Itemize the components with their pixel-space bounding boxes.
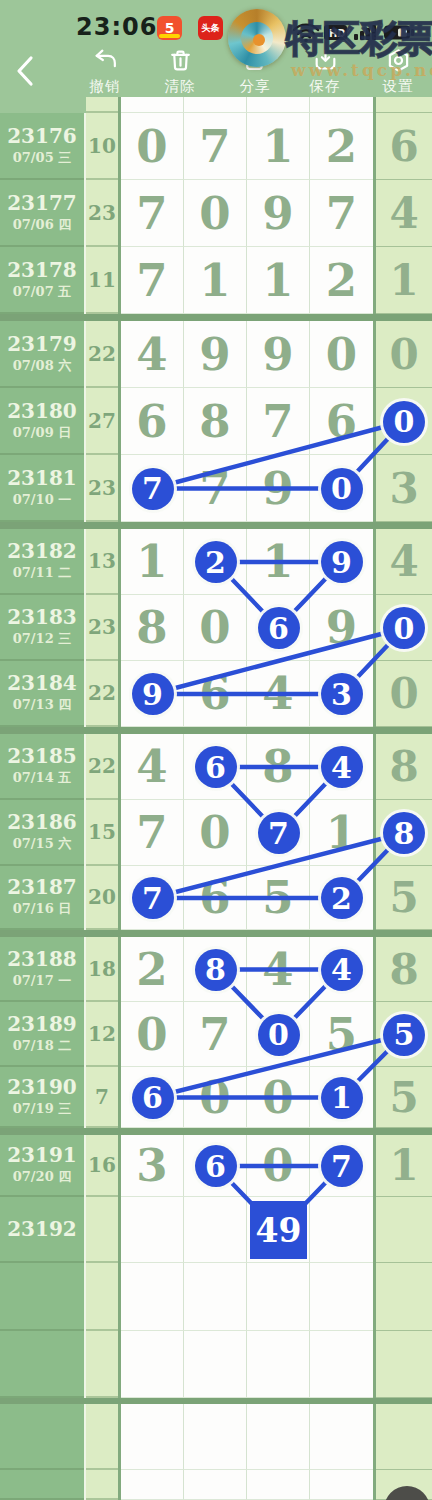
digit-cell[interactable] [310,1197,373,1263]
draw-row-23187: 2318707/16 日2076525 [0,866,432,930]
draw-date: 07/18 二 [13,1037,71,1055]
draw-date: 07/10 一 [13,491,71,509]
marked-digit[interactable]: 5 [383,1014,425,1056]
draw-date: 07/05 三 [13,149,71,167]
issue-number: 23187 [7,876,77,898]
watermark-swirl-logo-icon [228,9,286,67]
issue-cell: 2318207/11 二 [0,529,84,595]
digit-cell[interactable]: 7 [184,1002,247,1067]
draw-date: 07/08 六 [13,357,71,375]
lottery-chart-app: 23:06 5 头条 HD 特区彩票 [0,0,432,1500]
digit-cell[interactable] [121,1470,184,1500]
extra-digit-cell[interactable]: 5 [376,866,432,930]
sum-cell: 20 [86,866,118,930]
toolbar-item-label: 分享 [223,77,287,96]
sum-cell: 18 [86,937,118,1002]
digit-cell[interactable]: 0 [184,595,247,661]
extra-digit-cell[interactable] [376,97,432,113]
digit-cell[interactable] [121,1197,184,1263]
sum-cell [86,1263,118,1331]
sum-cell: 15 [86,800,118,866]
digit-cell[interactable]: 3 [121,1135,184,1197]
issue-cell [0,1263,84,1331]
marked-digit[interactable]: 3 [321,673,363,715]
issue-cell: 2318007/09 日 [0,388,84,455]
digit-cell[interactable]: 0 [247,1135,310,1197]
extra-digit-cell[interactable]: 8 [376,734,432,800]
digit-cell[interactable]: 4 [247,661,310,727]
extra-digit-cell[interactable]: 1 [376,247,432,314]
issue-cell: 2318907/18 二 [0,1002,84,1067]
draw-date: 07/20 四 [13,1168,71,1186]
extra-digit-cell[interactable]: 5 [376,1067,432,1128]
digit-cell[interactable]: 0 [247,1067,310,1128]
digit-cell[interactable] [184,1404,247,1470]
draw-row-empty [0,1470,432,1500]
group-separator [0,930,432,937]
issue-number: 23178 [7,259,77,281]
digit-cell[interactable]: 6 [121,388,184,455]
digit-cell[interactable]: 0 [121,1002,184,1067]
digit-cell[interactable]: 9 [247,455,310,522]
issue-number: 23192 [7,1218,77,1240]
marked-digit[interactable]: 6 [258,607,300,649]
digit-cell[interactable]: 7 [121,180,184,247]
issue-cell: 2317607/05 三 [0,113,84,180]
marked-digit[interactable]: 8 [383,812,425,854]
issue-cell: 2318407/13 四 [0,661,84,727]
digit-cell[interactable]: 8 [121,595,184,661]
issue-number: 23186 [7,811,77,833]
digit-cell[interactable]: 7 [121,800,184,866]
draw-date: 07/07 五 [13,283,71,301]
issue-cell: 2318107/10 一 [0,455,84,522]
draw-row-23181: 2318107/10 一2377903 [0,455,432,522]
group-separator [0,1128,432,1135]
draw-row-23192: 23192 [0,1197,432,1263]
digit-cell[interactable] [247,1470,310,1500]
draw-row-23189: 2318907/18 二1207055 [0,1002,432,1067]
issue-number: 23189 [7,1013,77,1035]
marked-digit[interactable]: 1 [321,1077,363,1119]
digit-cell[interactable]: 2 [310,247,373,314]
issue-cell [0,97,84,113]
toolbar-item-label: 撤销 [73,77,137,96]
draw-row-23178: 2317807/07 五1171121 [0,247,432,314]
trend-table: 2317607/05 三10071262317707/06 四237097423… [0,97,432,1500]
toolbar-item-undo[interactable]: 撤销 [73,47,137,96]
digit-cell[interactable] [121,1404,184,1470]
sum-cell [86,1404,118,1470]
digit-cell[interactable] [310,1470,373,1500]
draw-row-23179: 2317907/08 六2249900 [0,321,432,388]
digit-cell[interactable]: 8 [184,388,247,455]
extra-digit-cell[interactable]: 6 [376,113,432,180]
marked-digit[interactable]: 9 [132,673,174,715]
app-icon-toutiao: 头条 [198,16,223,40]
digit-cell[interactable]: 2 [310,113,373,180]
sum-cell: 22 [86,321,118,388]
toolbar-item-clear[interactable]: 清除 [148,47,212,96]
next-draw-square[interactable]: 49 [250,1201,307,1259]
digit-cell[interactable]: 0 [121,113,184,180]
digit-cell[interactable] [310,97,373,113]
digit-cell[interactable]: 1 [184,247,247,314]
marked-digit[interactable]: 6 [195,1145,237,1187]
app-icon-5-glyph: 5 [165,20,175,36]
digit-cell[interactable] [121,1263,184,1331]
digit-cell[interactable]: 1 [247,247,310,314]
sum-cell: 23 [86,180,118,247]
toolbar-item-label: 清除 [148,77,212,96]
draw-date: 07/15 六 [13,835,71,853]
digit-cell[interactable]: 7 [247,388,310,455]
sum-cell: 23 [86,595,118,661]
digit-cell[interactable]: 1 [247,529,310,595]
sum-cell [86,1470,118,1500]
marked-digit[interactable]: 6 [132,1077,174,1119]
draw-row-23190: 2319007/19 三760015 [0,1067,432,1128]
sum-cell: 10 [86,113,118,180]
digit-cell[interactable]: 6 [310,388,373,455]
group-separator [0,727,432,734]
sum-cell [86,1331,118,1398]
extra-digit-cell[interactable] [376,1263,432,1331]
digit-cell[interactable]: 8 [247,734,310,800]
marked-digit[interactable]: 4 [321,746,363,788]
draw-row-23183: 2318307/12 三2380690 [0,595,432,661]
digit-cell[interactable]: 7 [184,455,247,522]
extra-digit-cell[interactable]: 1 [376,1135,432,1197]
issue-cell: 2317807/07 五 [0,247,84,314]
sum-cell: 16 [86,1135,118,1197]
digit-cell[interactable] [184,1197,247,1263]
digit-cell[interactable]: 5 [247,866,310,930]
extra-digit-cell[interactable]: 4 [376,529,432,595]
digit-cell[interactable]: 7 [121,247,184,314]
issue-number: 23176 [7,125,77,147]
digit-cell[interactable]: 7 [310,180,373,247]
sum-cell: 22 [86,734,118,800]
digit-cell[interactable]: 1 [121,529,184,595]
draw-row-23186: 2318607/15 六1570718 [0,800,432,866]
draw-date: 07/12 三 [13,630,71,648]
marked-digit[interactable]: 8 [195,949,237,991]
watermark-site-name: 特区彩票网 [286,20,432,57]
issue-number: 23183 [7,606,77,628]
digit-cell[interactable]: 0 [184,800,247,866]
issue-number: 23188 [7,948,77,970]
digit-cell[interactable]: 0 [310,321,373,388]
sum-cell [86,97,118,113]
sum-cell: 27 [86,388,118,455]
issue-number: 23177 [7,192,77,214]
chevron-left-icon [19,58,31,84]
sum-cell: 13 [86,529,118,595]
marked-digit[interactable]: 7 [132,468,174,510]
issue-cell: 2318507/14 五 [0,734,84,800]
sum-cell: 23 [86,455,118,522]
digit-cell[interactable] [247,97,310,113]
sum-cell: 22 [86,661,118,727]
digit-cell[interactable]: 4 [121,321,184,388]
extra-digit-cell[interactable]: 8 [376,937,432,1002]
digit-cell[interactable]: 0 [184,1067,247,1128]
digit-cell[interactable]: 1 [247,113,310,180]
issue-cell: 2319107/20 四 [0,1135,84,1197]
extra-digit-cell[interactable] [376,1197,432,1263]
draw-date: 07/09 日 [13,424,71,442]
sum-cell: 11 [86,247,118,314]
issue-cell: 2318807/17 一 [0,937,84,1002]
issue-number: 23191 [7,1144,77,1166]
back-button[interactable] [12,54,38,88]
app-icon-toutiao-glyph: 头条 [202,22,220,35]
extra-digit-cell[interactable]: 0 [376,661,432,727]
digit-cell[interactable]: 1 [310,800,373,866]
draw-date: 07/14 五 [13,769,71,787]
marked-digit[interactable]: 0 [383,607,425,649]
digit-cell[interactable]: 7 [184,113,247,180]
draw-row-23180: 2318007/09 日2768760 [0,388,432,455]
draw-date: 07/19 三 [13,1100,71,1118]
issue-number: 23182 [7,540,77,562]
digit-cell[interactable]: 0 [184,180,247,247]
marked-digit[interactable]: 7 [132,877,174,919]
sum-cell: 7 [86,1067,118,1128]
issue-cell [0,1404,84,1470]
issue-cell [0,1331,84,1398]
issue-cell: 2317707/06 四 [0,180,84,247]
marked-digit[interactable]: 7 [258,812,300,854]
marked-digit[interactable]: 2 [321,877,363,919]
digit-cell[interactable]: 6 [184,661,247,727]
marked-digit[interactable]: 7 [321,1145,363,1187]
digit-cell[interactable]: 4 [121,734,184,800]
draw-date: 07/17 一 [13,972,71,990]
extra-digit-cell[interactable] [376,1404,432,1470]
issue-number: 23179 [7,333,77,355]
issue-cell [0,1470,84,1500]
marked-digit[interactable]: 6 [195,746,237,788]
digit-cell[interactable] [247,1331,310,1398]
draw-row-23176: 2317607/05 三1007126 [0,113,432,180]
digit-cell[interactable] [247,1263,310,1331]
undo-icon [92,47,119,74]
digit-cell[interactable]: 4 [247,937,310,1002]
sum-cell [86,1197,118,1263]
issue-number: 23184 [7,672,77,694]
extra-digit-cell[interactable]: 4 [376,180,432,247]
extra-digit-cell[interactable]: 3 [376,455,432,522]
draw-row-empty [0,1263,432,1331]
digit-cell[interactable] [121,1331,184,1398]
issue-cell: 2318307/12 三 [0,595,84,661]
sum-cell: 12 [86,1002,118,1067]
digit-cell[interactable] [184,97,247,113]
watermark-site-url: www.tqcp.net [291,60,432,80]
digit-cell[interactable]: 9 [184,321,247,388]
issue-cell: 23192 [0,1197,84,1263]
digit-cell[interactable] [184,1331,247,1398]
issue-cell: 2319007/19 三 [0,1067,84,1128]
digit-cell[interactable]: 9 [247,180,310,247]
issue-number: 23180 [7,400,77,422]
issue-number: 23190 [7,1076,77,1098]
draw-row-empty [0,1404,432,1470]
marked-digit[interactable]: 4 [321,949,363,991]
extra-digit-cell[interactable]: 0 [376,321,432,388]
draw-row-23184: 2318407/13 四2296430 [0,661,432,727]
issue-cell: 2318707/16 日 [0,866,84,930]
digit-cell[interactable]: 9 [247,321,310,388]
draw-date: 07/13 四 [13,696,71,714]
marked-digit[interactable]: 0 [383,401,425,443]
trash-icon [167,47,194,74]
digit-cell[interactable] [310,1404,373,1470]
draw-date: 07/06 四 [13,216,71,234]
digit-cell[interactable]: 6 [184,866,247,930]
group-separator [0,314,432,321]
draw-row-empty [0,97,432,113]
extra-digit-cell[interactable] [376,1331,432,1398]
draw-row-23177: 2317707/06 四2370974 [0,180,432,247]
digit-cell[interactable] [184,1470,247,1500]
marked-digit[interactable]: 9 [321,541,363,583]
digit-cell[interactable] [310,1263,373,1331]
digit-cell[interactable] [247,1404,310,1470]
issue-number: 23181 [7,467,77,489]
issue-number: 23185 [7,745,77,767]
group-separator [0,522,432,529]
marked-digit[interactable]: 0 [258,1014,300,1056]
digit-cell[interactable] [121,97,184,113]
issue-cell: 2318607/15 六 [0,800,84,866]
marked-digit[interactable]: 2 [195,541,237,583]
draw-row-empty [0,1331,432,1398]
digit-cell[interactable]: 2 [121,937,184,1002]
digit-cell[interactable]: 9 [310,595,373,661]
issue-cell: 2317907/08 六 [0,321,84,388]
draw-date: 07/11 二 [13,564,71,582]
marked-digit[interactable]: 0 [321,468,363,510]
digit-cell[interactable] [310,1331,373,1398]
clock-time: 23:06 [76,13,157,41]
digit-cell[interactable] [184,1263,247,1331]
draw-date: 07/16 日 [13,900,71,918]
digit-cell[interactable]: 5 [310,1002,373,1067]
app-icon-5: 5 [157,16,182,40]
